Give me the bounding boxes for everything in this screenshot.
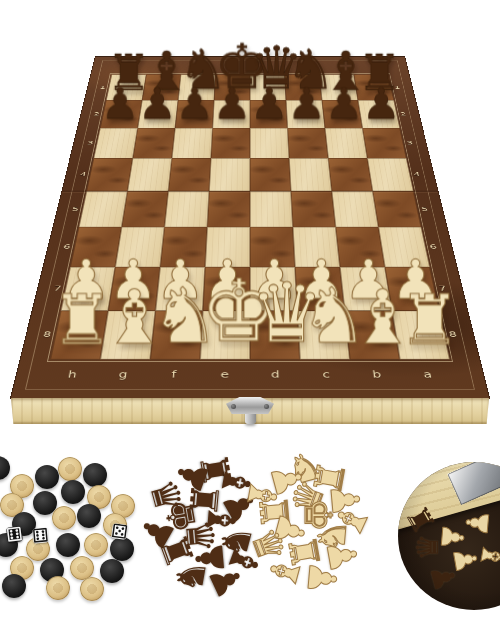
square-e2[interactable]: ♟ — [213, 100, 250, 128]
square-e3[interactable] — [211, 128, 250, 158]
dark-pawn-b2[interactable]: ♟ — [325, 82, 362, 125]
square-d8[interactable]: ♛ — [250, 311, 300, 360]
light-rook-h8[interactable]: ♜ — [51, 285, 101, 354]
square-c3[interactable] — [287, 128, 328, 158]
file-label-h: h — [42, 359, 100, 398]
light-knight-c8[interactable]: ♞ — [300, 278, 350, 354]
chessboard-scene: 1♜♝♞♚♛♞♝♜12♟♟♟♟♟♟♟♟2334455667♟♟♟♟♟♟♟♟78♜… — [0, 0, 500, 440]
square-d4[interactable] — [250, 158, 291, 191]
square-e8[interactable]: ♚ — [200, 311, 250, 360]
light-knight-f8[interactable]: ♞ — [151, 278, 201, 354]
light-bishop-b8[interactable]: ♝ — [349, 280, 399, 354]
file-label-c: c — [300, 359, 354, 398]
square-h5[interactable] — [79, 191, 128, 227]
square-g3[interactable] — [133, 128, 175, 158]
square-a3[interactable] — [362, 128, 406, 158]
dark-pawn-g2[interactable]: ♟ — [138, 82, 175, 125]
square-h2[interactable]: ♟ — [100, 100, 142, 128]
light-bishop-g8[interactable]: ♝ — [101, 280, 151, 354]
light-rook-a8[interactable]: ♜ — [399, 285, 449, 354]
file-label-d: d — [250, 359, 302, 398]
latch-screw — [231, 404, 236, 409]
file-label-a: a — [400, 359, 458, 398]
file-label-b: b — [350, 359, 406, 398]
square-g2[interactable]: ♟ — [138, 100, 178, 128]
square-h3[interactable] — [94, 128, 138, 158]
latch-screw — [264, 404, 269, 409]
square-b5[interactable] — [332, 191, 379, 227]
dark-pawn-c2[interactable]: ♟ — [287, 82, 324, 125]
square-b3[interactable] — [325, 128, 367, 158]
square-f2[interactable]: ♟ — [175, 100, 214, 128]
dark-pawn-d2[interactable]: ♟ — [250, 82, 287, 125]
file-label-g: g — [94, 359, 150, 398]
square-e5[interactable] — [207, 191, 250, 227]
square-c5[interactable] — [291, 191, 336, 227]
square-f8[interactable]: ♞ — [150, 311, 203, 360]
square-c8[interactable]: ♞ — [297, 311, 350, 360]
square-d5[interactable] — [250, 191, 293, 227]
square-h8[interactable]: ♜ — [50, 311, 108, 360]
square-c4[interactable] — [289, 158, 332, 191]
dark-pawn-a2[interactable]: ♟ — [362, 82, 399, 125]
square-a8[interactable]: ♜ — [392, 311, 450, 360]
board-grid: 1♜♝♞♚♛♞♝♜12♟♟♟♟♟♟♟♟2334455667♟♟♟♟♟♟♟♟78♜… — [11, 57, 489, 398]
square-d2[interactable]: ♟ — [250, 100, 287, 128]
square-h4[interactable] — [87, 158, 133, 191]
light-king-e8[interactable]: ♚ — [200, 268, 250, 354]
square-e4[interactable] — [209, 158, 250, 191]
square-b2[interactable]: ♟ — [322, 100, 362, 128]
board-fold-hinge-seam — [62, 191, 438, 193]
light-queen-d8[interactable]: ♛ — [250, 272, 300, 354]
square-b8[interactable]: ♝ — [345, 311, 400, 360]
file-label-f: f — [146, 359, 200, 398]
square-a2[interactable]: ♟ — [358, 100, 400, 128]
square-g5[interactable] — [122, 191, 169, 227]
dark-pawn-h2[interactable]: ♟ — [101, 82, 138, 125]
square-f4[interactable] — [168, 158, 211, 191]
square-f5[interactable] — [164, 191, 209, 227]
square-b4[interactable] — [328, 158, 372, 191]
square-g8[interactable]: ♝ — [100, 311, 155, 360]
pile-light-pawn: ♟ — [302, 559, 343, 596]
square-d3[interactable] — [250, 128, 289, 158]
square-c2[interactable]: ♟ — [286, 100, 325, 128]
dark-pawn-e2[interactable]: ♟ — [213, 82, 250, 125]
file-label-e: e — [198, 359, 250, 398]
square-f3[interactable] — [172, 128, 213, 158]
square-g4[interactable] — [127, 158, 171, 191]
product-photo: 1♜♝♞♚♛♞♝♜12♟♟♟♟♟♟♟♟2334455667♟♟♟♟♟♟♟♟78♜… — [0, 0, 500, 641]
product-thumbnails: ⚅⚅⚄ ♜♟♝♛♜♟♚♝♟♛♞♜♟♝♞♟ ♞♟♜♝♛♟♜♚♝♟♞♛♜♟♝♟ ♟♟… — [0, 440, 500, 641]
dark-pawn-f2[interactable]: ♟ — [175, 82, 212, 125]
